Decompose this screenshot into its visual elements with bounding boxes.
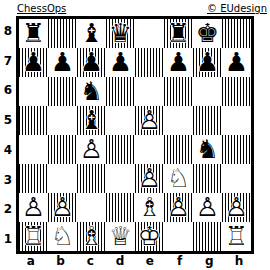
square-d4[interactable] [106,135,135,164]
square-d1[interactable]: ♛♕ [106,222,135,251]
black-pawn: ♟ [193,48,222,77]
chess-diagram-page: ChessOps © EUdesign 87654321 ♜♝♛♜♚♟♟♟♟♟♟… [0,0,270,270]
white-king: ♚♔ [135,222,164,251]
square-d2[interactable] [106,193,135,222]
white-pawn: ♟♙ [222,193,251,222]
square-h7[interactable]: ♟ [222,48,251,77]
white-rook: ♜♖ [19,222,48,251]
square-b7[interactable]: ♟ [48,48,77,77]
square-c1[interactable]: ♝♗ [77,222,106,251]
square-g7[interactable]: ♟ [193,48,222,77]
square-e8[interactable] [135,19,164,48]
black-knight: ♞ [77,77,106,106]
square-a3[interactable] [19,164,48,193]
file-label-c: c [76,253,106,269]
square-d3[interactable] [106,164,135,193]
square-f4[interactable] [164,135,193,164]
square-a6[interactable] [19,77,48,106]
square-f3[interactable]: ♞♘ [164,164,193,193]
file-label-d: d [105,253,135,269]
white-knight: ♞♘ [48,222,77,251]
white-pawn: ♟♙ [193,193,222,222]
rank-label-7: 7 [0,46,16,76]
header: ChessOps © EUdesign [17,3,267,15]
square-c7[interactable]: ♟ [77,48,106,77]
square-g6[interactable] [193,77,222,106]
square-d8[interactable]: ♛ [106,19,135,48]
rank-label-5: 5 [0,105,16,135]
square-h3[interactable] [222,164,251,193]
square-c3[interactable] [77,164,106,193]
square-f7[interactable]: ♟ [164,48,193,77]
square-d6[interactable] [106,77,135,106]
square-e2[interactable]: ♝♗ [135,193,164,222]
square-g8[interactable]: ♚ [193,19,222,48]
square-a4[interactable] [19,135,48,164]
rank-labels: 87654321 [0,16,16,254]
square-c8[interactable]: ♝ [77,19,106,48]
square-h6[interactable] [222,77,251,106]
square-h4[interactable] [222,135,251,164]
square-f1[interactable] [164,222,193,251]
file-label-a: a [16,253,46,269]
square-e5[interactable]: ♟♙ [135,106,164,135]
black-pawn: ♟ [222,48,251,77]
file-labels: abcdefgh [16,253,254,269]
square-g1[interactable] [193,222,222,251]
square-h5[interactable] [222,106,251,135]
square-b8[interactable] [48,19,77,48]
white-queen: ♛♕ [106,222,135,251]
square-e7[interactable] [135,48,164,77]
square-c5[interactable]: ♝ [77,106,106,135]
file-label-g: g [195,253,225,269]
square-c6[interactable]: ♞ [77,77,106,106]
square-f8[interactable]: ♜ [164,19,193,48]
square-f2[interactable]: ♟♙ [164,193,193,222]
square-f6[interactable] [164,77,193,106]
square-a1[interactable]: ♜♖ [19,222,48,251]
black-king: ♚ [193,19,222,48]
rank-label-3: 3 [0,165,16,195]
white-pawn: ♟♙ [135,164,164,193]
square-e1[interactable]: ♚♔ [135,222,164,251]
white-pawn: ♟♙ [19,193,48,222]
square-e6[interactable] [135,77,164,106]
square-g5[interactable] [193,106,222,135]
square-a8[interactable]: ♜ [19,19,48,48]
black-bishop: ♝ [77,19,106,48]
chessops-link[interactable]: ChessOps [17,3,66,15]
file-label-h: h [224,253,254,269]
square-c4[interactable]: ♟♙ [77,135,106,164]
square-d7[interactable]: ♟ [106,48,135,77]
square-b6[interactable] [48,77,77,106]
black-pawn: ♟ [164,48,193,77]
square-b4[interactable] [48,135,77,164]
black-pawn: ♟ [48,48,77,77]
square-a7[interactable]: ♟ [19,48,48,77]
square-c2[interactable] [77,193,106,222]
square-b1[interactable]: ♞♘ [48,222,77,251]
white-pawn: ♟♙ [77,135,106,164]
square-h2[interactable]: ♟♙ [222,193,251,222]
black-pawn: ♟ [19,48,48,77]
file-label-f: f [165,253,195,269]
square-a5[interactable] [19,106,48,135]
board: ♜♝♛♜♚♟♟♟♟♟♟♟♞♝♟♙♟♙♞♟♙♞♘♟♙♟♙♝♗♟♙♟♙♟♙♜♖♞♘♝… [16,16,254,254]
white-knight: ♞♘ [164,164,193,193]
black-rook: ♜ [164,19,193,48]
square-g3[interactable] [193,164,222,193]
white-rook: ♜♖ [222,222,251,251]
square-h1[interactable]: ♜♖ [222,222,251,251]
square-f5[interactable] [164,106,193,135]
square-a2[interactable]: ♟♙ [19,193,48,222]
file-label-b: b [46,253,76,269]
rank-label-4: 4 [0,135,16,165]
white-pawn: ♟♙ [48,193,77,222]
white-pawn: ♟♙ [135,106,164,135]
file-label-e: e [135,253,165,269]
black-rook: ♜ [19,19,48,48]
white-pawn: ♟♙ [164,193,193,222]
square-e3[interactable]: ♟♙ [135,164,164,193]
rank-label-8: 8 [0,16,16,46]
white-bishop: ♝♗ [77,222,106,251]
black-bishop: ♝ [77,106,106,135]
square-g4[interactable]: ♞ [193,135,222,164]
square-b5[interactable] [48,106,77,135]
black-pawn: ♟ [106,48,135,77]
black-queen: ♛ [106,19,135,48]
rank-label-6: 6 [0,76,16,106]
white-bishop: ♝♗ [135,193,164,222]
black-pawn: ♟ [77,48,106,77]
square-b2[interactable]: ♟♙ [48,193,77,222]
rank-label-2: 2 [0,195,16,225]
square-h8[interactable] [222,19,251,48]
square-b3[interactable] [48,164,77,193]
square-e4[interactable] [135,135,164,164]
black-knight: ♞ [193,135,222,164]
eudesign-credit-link[interactable]: © EUdesign [207,3,267,15]
square-d5[interactable] [106,106,135,135]
rank-label-1: 1 [0,224,16,254]
square-g2[interactable]: ♟♙ [193,193,222,222]
